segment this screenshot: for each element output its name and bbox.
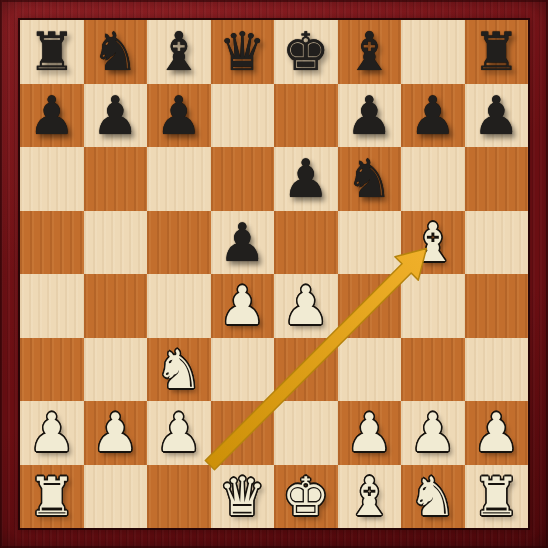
- square-a5[interactable]: [20, 211, 84, 275]
- black-pawn-h7[interactable]: ♟: [472, 84, 520, 148]
- white-knight-g1[interactable]: ♞: [409, 465, 457, 529]
- white-bishop-g5[interactable]: ♝: [409, 211, 457, 275]
- square-b5[interactable]: [84, 211, 148, 275]
- square-g1[interactable]: ♞: [401, 465, 465, 529]
- square-c3[interactable]: ♞: [147, 338, 211, 402]
- square-f5[interactable]: [338, 211, 402, 275]
- square-f6[interactable]: ♞: [338, 147, 402, 211]
- square-b1[interactable]: [84, 465, 148, 529]
- square-f1[interactable]: ♝: [338, 465, 402, 529]
- white-pawn-f2[interactable]: ♟: [345, 401, 393, 465]
- black-pawn-d5[interactable]: ♟: [218, 211, 266, 275]
- square-h6[interactable]: [465, 147, 529, 211]
- square-f4[interactable]: [338, 274, 402, 338]
- square-h2[interactable]: ♟: [465, 401, 529, 465]
- white-pawn-h2[interactable]: ♟: [472, 401, 520, 465]
- square-e6[interactable]: ♟: [274, 147, 338, 211]
- chess-board: ♜♞♝♛♚♝♜♟♟♟♟♟♟♟♞♟♝♟♟♞♟♟♟♟♟♟♜♛♚♝♞♜: [20, 20, 528, 528]
- white-pawn-a2[interactable]: ♟: [28, 401, 76, 465]
- black-knight-f6[interactable]: ♞: [345, 147, 393, 211]
- square-d4[interactable]: ♟: [211, 274, 275, 338]
- black-bishop-c8[interactable]: ♝: [155, 20, 203, 84]
- square-a4[interactable]: [20, 274, 84, 338]
- white-queen-d1[interactable]: ♛: [218, 465, 266, 529]
- square-d1[interactable]: ♛: [211, 465, 275, 529]
- black-queen-d8[interactable]: ♛: [218, 20, 266, 84]
- square-b7[interactable]: ♟: [84, 84, 148, 148]
- square-d3[interactable]: [211, 338, 275, 402]
- white-pawn-d4[interactable]: ♟: [218, 274, 266, 338]
- chess-app: ♜♞♝♛♚♝♜♟♟♟♟♟♟♟♞♟♝♟♟♞♟♟♟♟♟♟♜♛♚♝♞♜: [0, 0, 548, 548]
- square-f7[interactable]: ♟: [338, 84, 402, 148]
- black-pawn-a7[interactable]: ♟: [28, 84, 76, 148]
- white-pawn-c2[interactable]: ♟: [155, 401, 203, 465]
- square-g5[interactable]: ♝: [401, 211, 465, 275]
- black-pawn-b7[interactable]: ♟: [91, 84, 139, 148]
- black-rook-a8[interactable]: ♜: [28, 20, 76, 84]
- square-c4[interactable]: [147, 274, 211, 338]
- square-a1[interactable]: ♜: [20, 465, 84, 529]
- square-c1[interactable]: [147, 465, 211, 529]
- square-a3[interactable]: [20, 338, 84, 402]
- square-b8[interactable]: ♞: [84, 20, 148, 84]
- square-d8[interactable]: ♛: [211, 20, 275, 84]
- black-pawn-f7[interactable]: ♟: [345, 84, 393, 148]
- white-king-e1[interactable]: ♚: [282, 465, 330, 529]
- square-g7[interactable]: ♟: [401, 84, 465, 148]
- black-knight-b8[interactable]: ♞: [91, 20, 139, 84]
- white-rook-a1[interactable]: ♜: [28, 465, 76, 529]
- square-e8[interactable]: ♚: [274, 20, 338, 84]
- square-e2[interactable]: [274, 401, 338, 465]
- square-a8[interactable]: ♜: [20, 20, 84, 84]
- square-b4[interactable]: [84, 274, 148, 338]
- black-pawn-g7[interactable]: ♟: [409, 84, 457, 148]
- square-c6[interactable]: [147, 147, 211, 211]
- black-bishop-f8[interactable]: ♝: [345, 20, 393, 84]
- square-g8[interactable]: [401, 20, 465, 84]
- white-rook-h1[interactable]: ♜: [472, 465, 520, 529]
- black-pawn-e6[interactable]: ♟: [282, 147, 330, 211]
- square-h1[interactable]: ♜: [465, 465, 529, 529]
- square-e3[interactable]: [274, 338, 338, 402]
- white-pawn-b2[interactable]: ♟: [91, 401, 139, 465]
- square-c5[interactable]: [147, 211, 211, 275]
- square-b6[interactable]: [84, 147, 148, 211]
- square-g3[interactable]: [401, 338, 465, 402]
- square-g6[interactable]: [401, 147, 465, 211]
- square-b3[interactable]: [84, 338, 148, 402]
- square-a6[interactable]: [20, 147, 84, 211]
- square-a2[interactable]: ♟: [20, 401, 84, 465]
- white-pawn-e4[interactable]: ♟: [282, 274, 330, 338]
- black-rook-h8[interactable]: ♜: [472, 20, 520, 84]
- square-h7[interactable]: ♟: [465, 84, 529, 148]
- square-h3[interactable]: [465, 338, 529, 402]
- white-knight-c3[interactable]: ♞: [155, 338, 203, 402]
- square-h4[interactable]: [465, 274, 529, 338]
- square-b2[interactable]: ♟: [84, 401, 148, 465]
- square-c8[interactable]: ♝: [147, 20, 211, 84]
- white-bishop-f1[interactable]: ♝: [345, 465, 393, 529]
- square-h5[interactable]: [465, 211, 529, 275]
- square-f8[interactable]: ♝: [338, 20, 402, 84]
- square-g4[interactable]: [401, 274, 465, 338]
- square-c7[interactable]: ♟: [147, 84, 211, 148]
- square-a7[interactable]: ♟: [20, 84, 84, 148]
- square-f3[interactable]: [338, 338, 402, 402]
- square-h8[interactable]: ♜: [465, 20, 529, 84]
- square-e5[interactable]: [274, 211, 338, 275]
- square-c2[interactable]: ♟: [147, 401, 211, 465]
- square-d6[interactable]: [211, 147, 275, 211]
- square-f2[interactable]: ♟: [338, 401, 402, 465]
- square-d7[interactable]: [211, 84, 275, 148]
- square-d2[interactable]: [211, 401, 275, 465]
- square-g2[interactable]: ♟: [401, 401, 465, 465]
- black-pawn-c7[interactable]: ♟: [155, 84, 203, 148]
- square-e4[interactable]: ♟: [274, 274, 338, 338]
- square-e7[interactable]: [274, 84, 338, 148]
- square-e1[interactable]: ♚: [274, 465, 338, 529]
- black-king-e8[interactable]: ♚: [282, 20, 330, 84]
- square-d5[interactable]: ♟: [211, 211, 275, 275]
- white-pawn-g2[interactable]: ♟: [409, 401, 457, 465]
